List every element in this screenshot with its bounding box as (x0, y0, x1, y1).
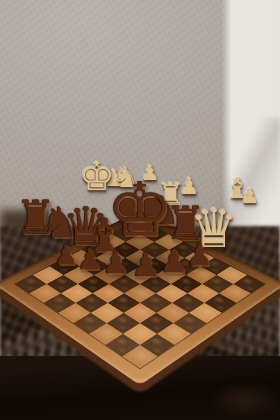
pieces-layer: ♚♞♟♟♜♟♛♝♟♜♞♛♝♚♞♜♟♟♟♟♟♟ (0, 0, 280, 420)
chess-photo-scene: ♚♞♟♟♜♟♛♝♟♜♞♛♝♚♞♜♟♟♟♟♟♟ (0, 0, 280, 420)
piece-dark-pawn-e3[interactable]: ♟ (126, 248, 167, 281)
